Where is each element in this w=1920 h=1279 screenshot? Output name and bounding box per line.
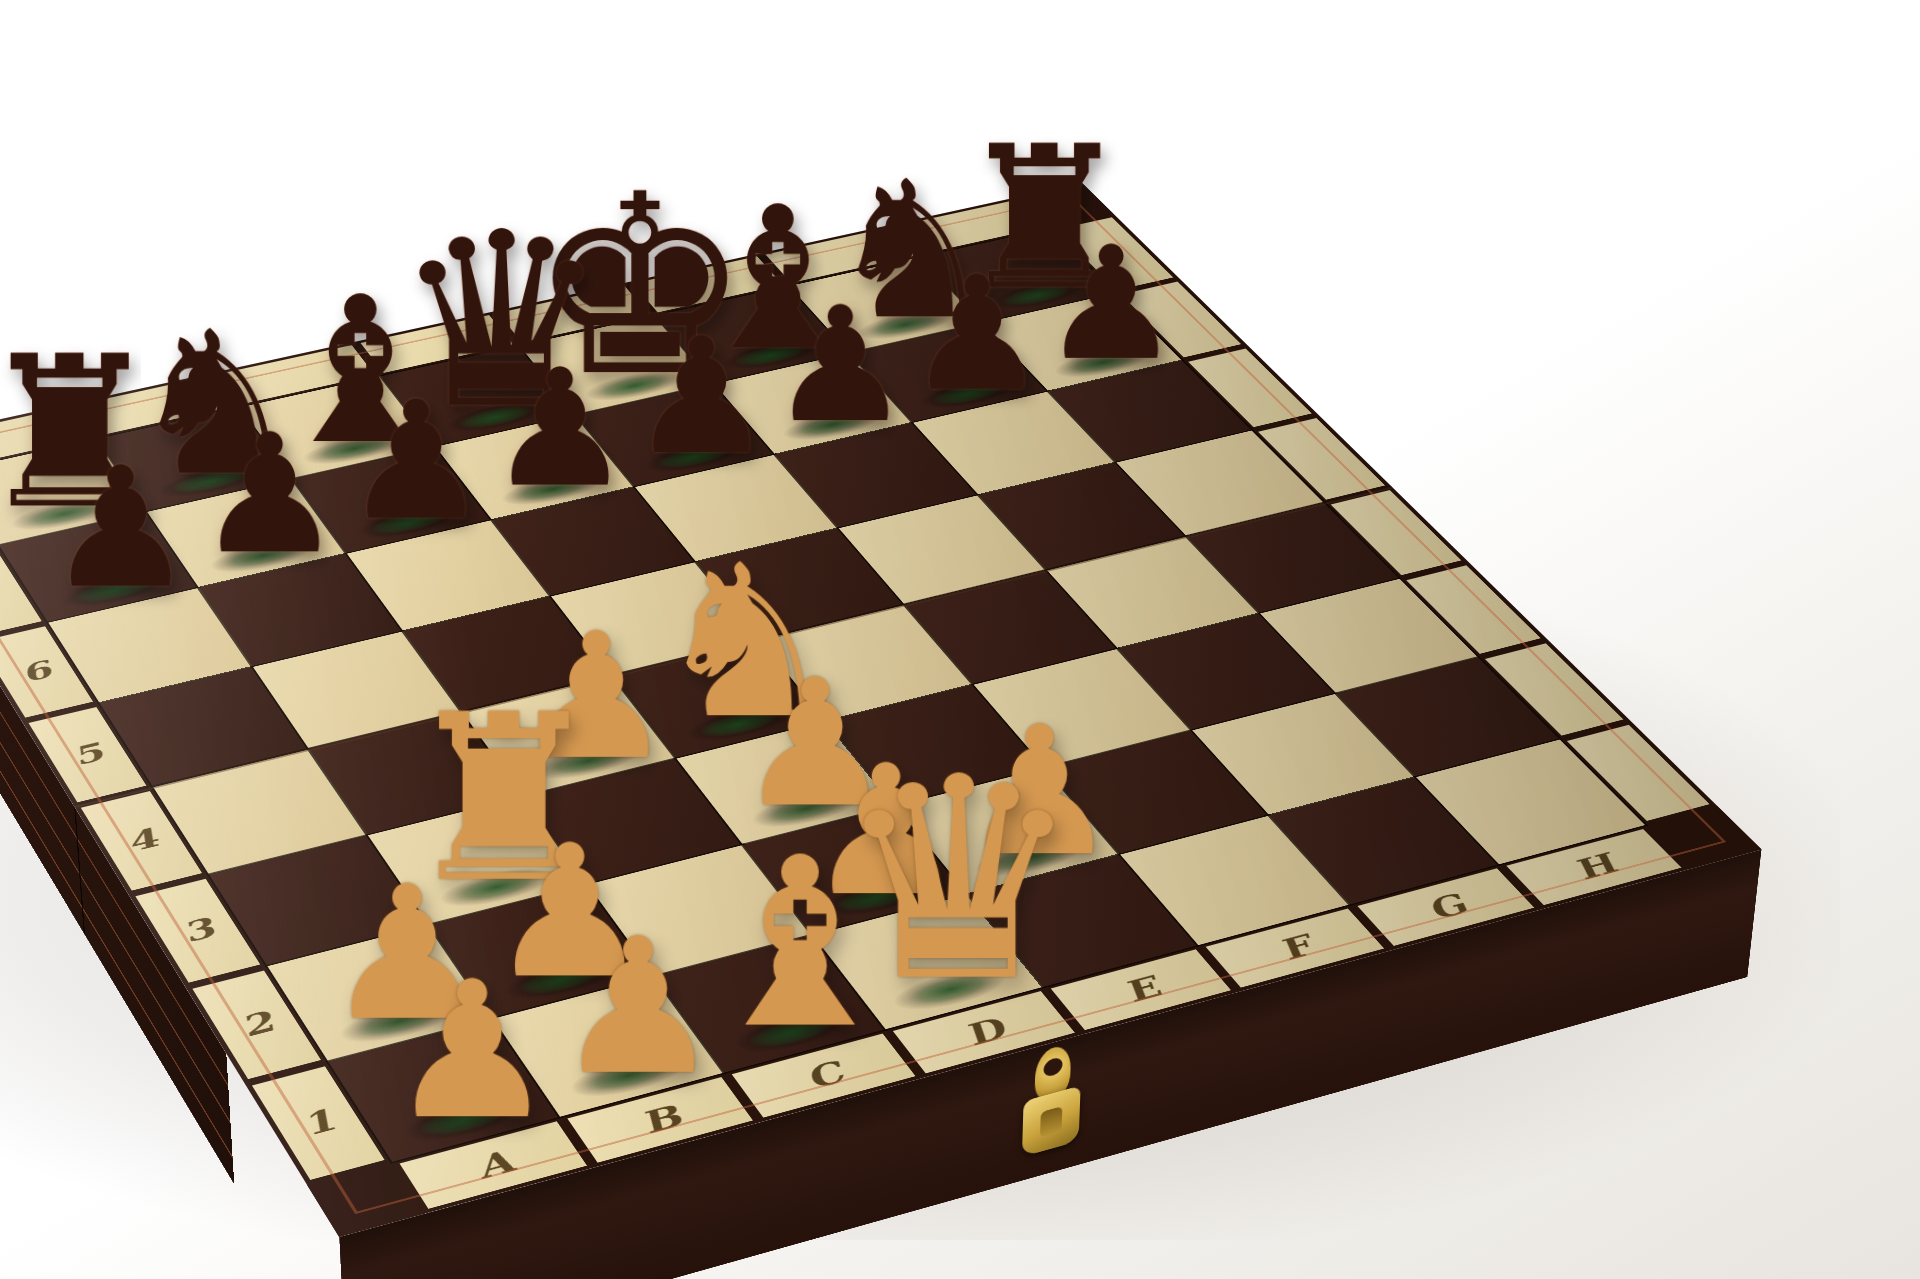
black-pawn: ♟	[906, 260, 1047, 410]
black-pawn: ♟	[488, 353, 633, 507]
black-pawn: ♟	[46, 450, 195, 608]
black-pawn: ♟	[630, 321, 774, 473]
black-pawn: ♟	[343, 385, 489, 540]
box-fold-seam	[74, 806, 85, 935]
white-pawn: ♟	[554, 919, 722, 1097]
brass-clasp	[1022, 1040, 1083, 1171]
scene: 8♜♞♝♛♚♝♞♜7♟♟♟♟♟♟♟♟654♟♞3♜♟2♟♟♟♟1♟♟♝♛ABCD…	[0, 0, 1920, 1279]
black-pawn: ♟	[769, 291, 912, 442]
black-pawn: ♟	[196, 417, 344, 574]
black-pawn: ♟	[1041, 230, 1181, 379]
clasp-plate-icon	[1022, 1085, 1081, 1156]
white-bishop: ♝	[695, 832, 905, 1054]
white-pawn: ♟	[388, 962, 558, 1142]
